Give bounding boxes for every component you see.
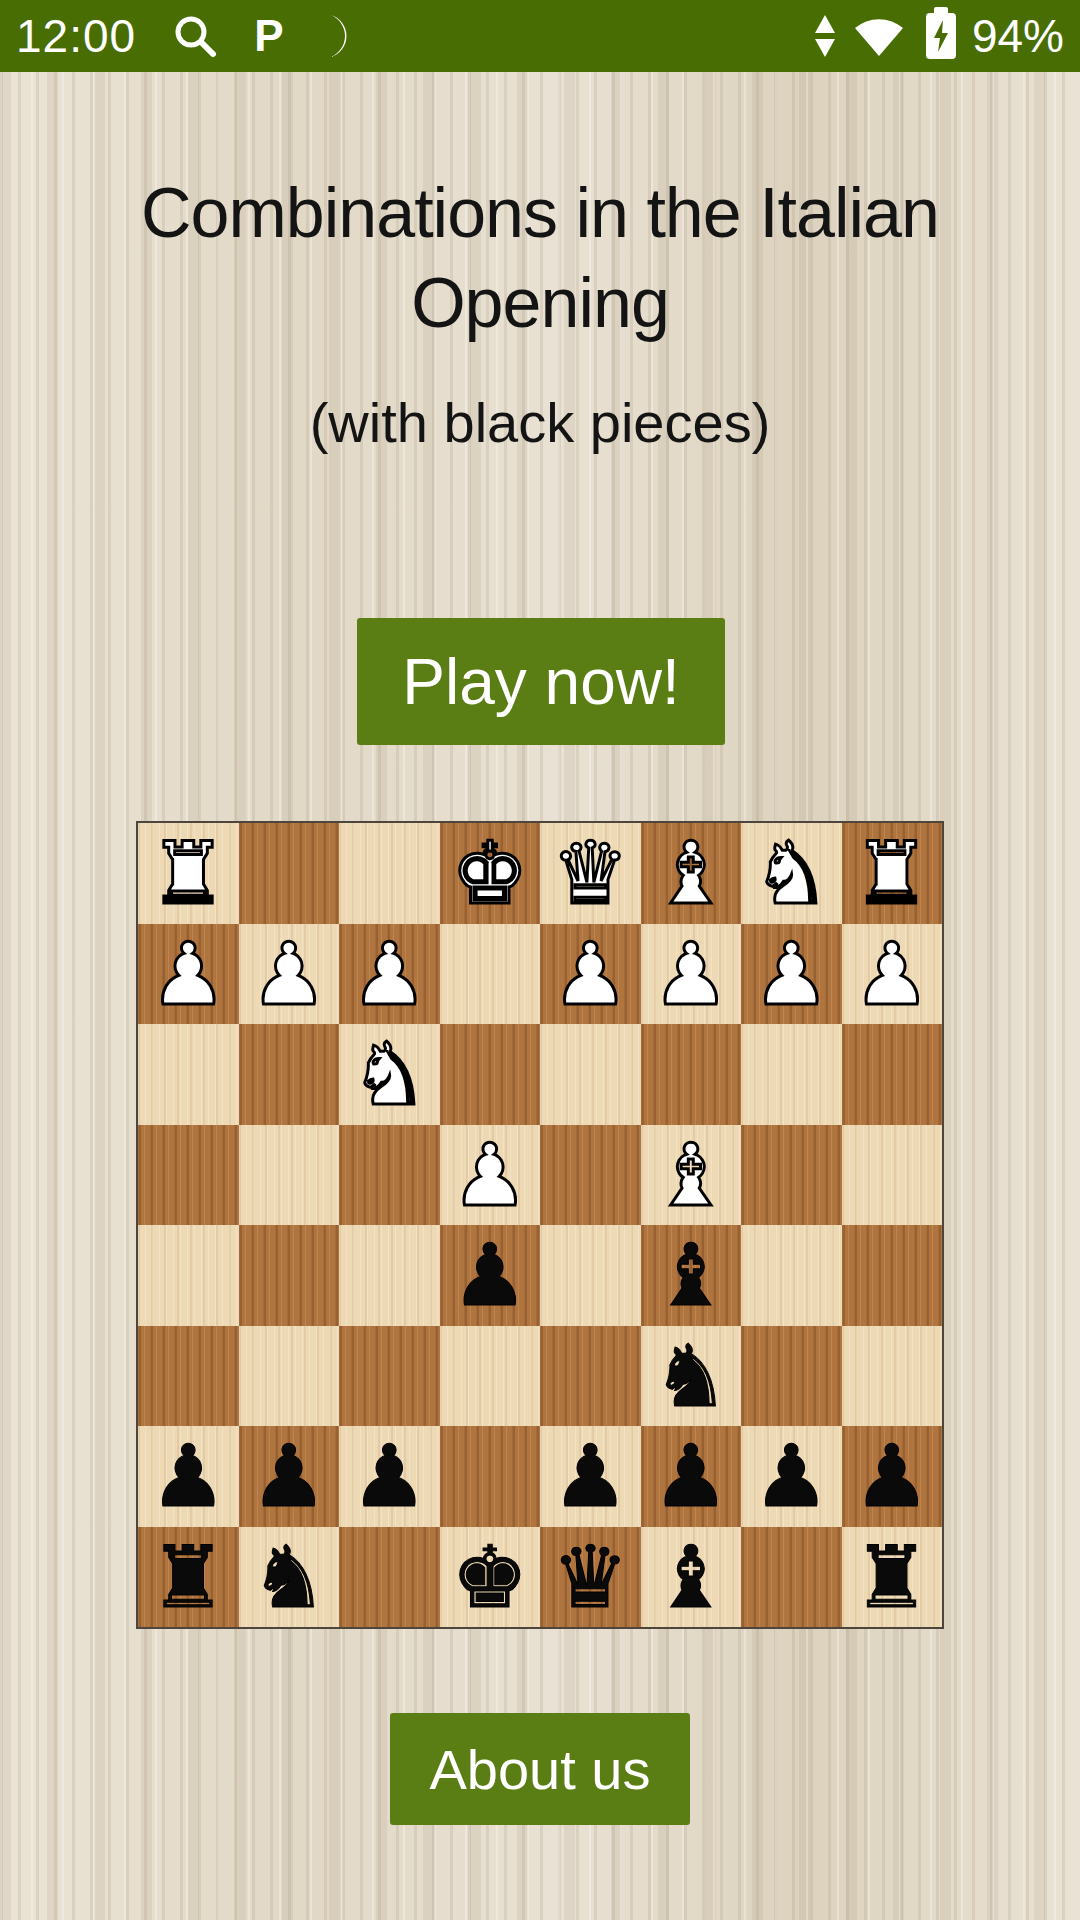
white-rook: ♜ bbox=[150, 830, 227, 916]
square-b4 bbox=[741, 1125, 842, 1226]
white-knight: ♞ bbox=[351, 1031, 428, 1117]
clock-time: 12:00 bbox=[16, 9, 136, 63]
status-bar: 12:00 P 94% bbox=[0, 0, 1080, 72]
square-e8: ♚ bbox=[440, 1527, 541, 1628]
square-e4: ♟ bbox=[440, 1125, 541, 1226]
square-h3 bbox=[138, 1024, 239, 1125]
square-h6 bbox=[138, 1326, 239, 1427]
white-pawn: ♟ bbox=[250, 931, 327, 1017]
black-rook: ♜ bbox=[853, 1534, 930, 1620]
battery-percent: 94% bbox=[972, 9, 1064, 63]
page-title-line1: Combinations in the Italian bbox=[0, 168, 1080, 258]
square-h4 bbox=[138, 1125, 239, 1226]
square-h8: ♜ bbox=[138, 1527, 239, 1628]
square-g1 bbox=[239, 823, 340, 924]
black-pawn: ♟ bbox=[351, 1433, 428, 1519]
wifi-icon bbox=[852, 14, 906, 58]
black-pawn: ♟ bbox=[150, 1433, 227, 1519]
square-c4: ♝ bbox=[641, 1125, 742, 1226]
white-knight: ♞ bbox=[753, 830, 830, 916]
square-d6 bbox=[540, 1326, 641, 1427]
square-b2: ♟ bbox=[741, 924, 842, 1025]
white-bishop: ♝ bbox=[652, 1132, 729, 1218]
square-a3 bbox=[842, 1024, 943, 1125]
square-g6 bbox=[239, 1326, 340, 1427]
square-f8 bbox=[339, 1527, 440, 1628]
square-g5 bbox=[239, 1225, 340, 1326]
square-d5 bbox=[540, 1225, 641, 1326]
square-g2: ♟ bbox=[239, 924, 340, 1025]
square-a7: ♟ bbox=[842, 1426, 943, 1527]
square-f2: ♟ bbox=[339, 924, 440, 1025]
square-e2 bbox=[440, 924, 541, 1025]
square-g8: ♞ bbox=[239, 1527, 340, 1628]
square-h1: ♜ bbox=[138, 823, 239, 924]
square-a1: ♜ bbox=[842, 823, 943, 924]
square-c8: ♝ bbox=[641, 1527, 742, 1628]
square-f6 bbox=[339, 1326, 440, 1427]
black-queen: ♛ bbox=[552, 1534, 629, 1620]
battery-charging-icon bbox=[926, 13, 956, 59]
white-pawn: ♟ bbox=[150, 931, 227, 1017]
square-c2: ♟ bbox=[641, 924, 742, 1025]
square-a2: ♟ bbox=[842, 924, 943, 1025]
square-d8: ♛ bbox=[540, 1527, 641, 1628]
white-rook: ♜ bbox=[853, 830, 930, 916]
square-c3 bbox=[641, 1024, 742, 1125]
square-b3 bbox=[741, 1024, 842, 1125]
page-title: Combinations in the Italian Opening bbox=[0, 168, 1080, 348]
page-subtitle: (with black pieces) bbox=[0, 390, 1080, 455]
square-f4 bbox=[339, 1125, 440, 1226]
status-bar-right: 94% bbox=[814, 9, 1064, 63]
black-king: ♚ bbox=[451, 1534, 528, 1620]
white-pawn: ♟ bbox=[753, 931, 830, 1017]
black-rook: ♜ bbox=[150, 1534, 227, 1620]
square-b1: ♞ bbox=[741, 823, 842, 924]
square-f3: ♞ bbox=[339, 1024, 440, 1125]
square-d7: ♟ bbox=[540, 1426, 641, 1527]
white-pawn: ♟ bbox=[853, 931, 930, 1017]
black-knight: ♞ bbox=[652, 1333, 729, 1419]
square-d3 bbox=[540, 1024, 641, 1125]
square-d2: ♟ bbox=[540, 924, 641, 1025]
square-h2: ♟ bbox=[138, 924, 239, 1025]
square-d1: ♛ bbox=[540, 823, 641, 924]
square-e3 bbox=[440, 1024, 541, 1125]
black-bishop: ♝ bbox=[652, 1232, 729, 1318]
white-pawn: ♟ bbox=[652, 931, 729, 1017]
black-knight: ♞ bbox=[250, 1534, 327, 1620]
square-g4 bbox=[239, 1125, 340, 1226]
square-g3 bbox=[239, 1024, 340, 1125]
play-now-button[interactable]: Play now! bbox=[357, 618, 725, 745]
p-notification-icon: P bbox=[254, 14, 283, 58]
black-pawn: ♟ bbox=[753, 1433, 830, 1519]
white-pawn: ♟ bbox=[451, 1132, 528, 1218]
page-title-line2: Opening bbox=[0, 258, 1080, 348]
square-b5 bbox=[741, 1225, 842, 1326]
square-a8: ♜ bbox=[842, 1527, 943, 1628]
square-c5: ♝ bbox=[641, 1225, 742, 1326]
square-h5 bbox=[138, 1225, 239, 1326]
square-a4 bbox=[842, 1125, 943, 1226]
black-pawn: ♟ bbox=[451, 1232, 528, 1318]
square-c1: ♝ bbox=[641, 823, 742, 924]
square-e7 bbox=[440, 1426, 541, 1527]
square-f5 bbox=[339, 1225, 440, 1326]
square-e5: ♟ bbox=[440, 1225, 541, 1326]
square-b6 bbox=[741, 1326, 842, 1427]
white-pawn: ♟ bbox=[351, 931, 428, 1017]
square-h7: ♟ bbox=[138, 1426, 239, 1527]
square-a5 bbox=[842, 1225, 943, 1326]
square-f7: ♟ bbox=[339, 1426, 440, 1527]
square-b7: ♟ bbox=[741, 1426, 842, 1527]
black-bishop: ♝ bbox=[652, 1534, 729, 1620]
white-queen: ♛ bbox=[552, 830, 629, 916]
about-us-button[interactable]: About us bbox=[390, 1713, 690, 1825]
search-icon bbox=[172, 13, 218, 59]
black-pawn: ♟ bbox=[853, 1433, 930, 1519]
white-bishop: ♝ bbox=[652, 830, 729, 916]
square-d4 bbox=[540, 1125, 641, 1226]
square-b8 bbox=[741, 1527, 842, 1628]
status-bar-left: 12:00 P bbox=[16, 9, 361, 63]
square-g7: ♟ bbox=[239, 1426, 340, 1527]
square-a6 bbox=[842, 1326, 943, 1427]
white-pawn: ♟ bbox=[552, 931, 629, 1017]
moon-icon bbox=[319, 13, 361, 59]
square-e6 bbox=[440, 1326, 541, 1427]
black-pawn: ♟ bbox=[652, 1433, 729, 1519]
square-e1: ♚ bbox=[440, 823, 541, 924]
black-pawn: ♟ bbox=[250, 1433, 327, 1519]
black-pawn: ♟ bbox=[552, 1433, 629, 1519]
square-c6: ♞ bbox=[641, 1326, 742, 1427]
square-c7: ♟ bbox=[641, 1426, 742, 1527]
updown-arrows-icon bbox=[814, 13, 836, 59]
chess-board: ♜♚♛♝♞♜♟♟♟♟♟♟♟♞♟♝♟♝♞♟♟♟♟♟♟♟♜♞♚♛♝♜ bbox=[136, 821, 944, 1629]
white-king: ♚ bbox=[451, 830, 528, 916]
square-f1 bbox=[339, 823, 440, 924]
